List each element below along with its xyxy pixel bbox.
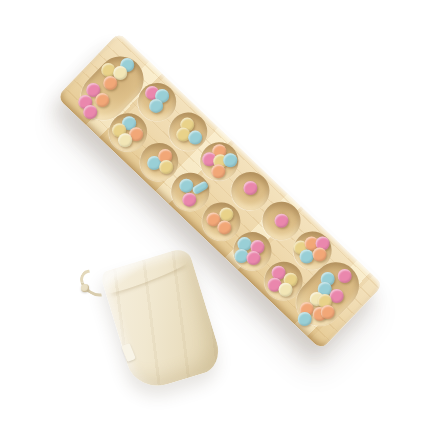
orange-counter[interactable] bbox=[103, 76, 117, 90]
pink-counter[interactable] bbox=[246, 251, 260, 265]
blue-counter[interactable] bbox=[188, 131, 202, 145]
drawstring-bag bbox=[100, 246, 225, 393]
blue-counter[interactable] bbox=[179, 179, 193, 193]
pink-counter[interactable] bbox=[275, 214, 289, 228]
store-left[interactable] bbox=[71, 47, 153, 129]
blue-counter[interactable] bbox=[300, 249, 314, 263]
orange-counter[interactable] bbox=[211, 164, 225, 178]
pink-counter[interactable] bbox=[330, 289, 344, 303]
blue-counter[interactable] bbox=[191, 180, 209, 195]
pink-counter[interactable] bbox=[182, 193, 196, 207]
orange-counter[interactable] bbox=[95, 93, 109, 107]
yellow-counter[interactable] bbox=[219, 207, 233, 221]
pink-counter[interactable] bbox=[83, 105, 97, 119]
blue-counter[interactable] bbox=[298, 312, 312, 326]
blue-counter[interactable] bbox=[223, 153, 237, 167]
pink-counter[interactable] bbox=[243, 181, 257, 195]
product-photo bbox=[0, 0, 430, 430]
store-right[interactable] bbox=[287, 253, 369, 335]
bag-cord-knot bbox=[81, 284, 89, 292]
orange-counter[interactable] bbox=[217, 220, 231, 234]
blue-counter[interactable] bbox=[149, 99, 163, 113]
cream-counter[interactable] bbox=[118, 133, 132, 147]
yellow-counter[interactable] bbox=[159, 160, 173, 174]
orange-counter[interactable] bbox=[313, 247, 327, 261]
cream-counter[interactable] bbox=[279, 283, 293, 297]
orange-counter[interactable] bbox=[321, 305, 335, 319]
mancala-board bbox=[57, 32, 384, 350]
pink-counter[interactable] bbox=[338, 269, 352, 283]
